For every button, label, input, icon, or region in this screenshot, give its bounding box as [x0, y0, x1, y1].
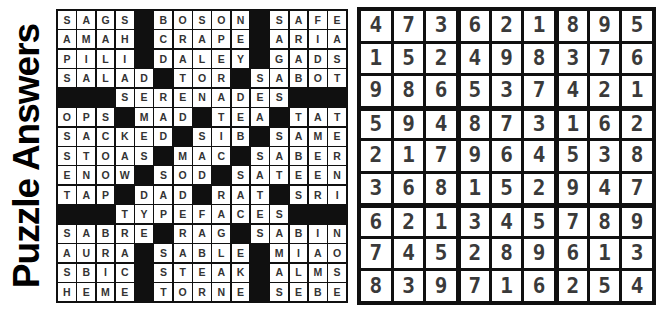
sudoku-digit-cell: 3: [622, 239, 652, 269]
crossword-letter-cell: S: [58, 11, 76, 29]
crossword-letter-cell: O: [328, 244, 346, 262]
crossword-letter-cell: E: [174, 89, 192, 107]
crossword-letter-cell: B: [232, 128, 250, 146]
sudoku-digit-cell: 3: [394, 271, 424, 301]
sudoku-digit-cell: 8: [361, 271, 391, 301]
crossword-letter-cell: D: [193, 166, 211, 184]
crossword-letter-cell: S: [58, 147, 76, 165]
sudoku-digit-cell: 1: [361, 44, 391, 74]
crossword-block-cell: [135, 166, 153, 184]
crossword-letter-cell: A: [212, 205, 230, 223]
sudoku-digit-cell: 3: [361, 174, 391, 204]
crossword-letter-cell: A: [270, 147, 288, 165]
crossword-letter-cell: A: [270, 30, 288, 48]
crossword-letter-cell: C: [212, 147, 230, 165]
crossword-block-cell: [232, 225, 250, 243]
crossword-letter-cell: R: [212, 69, 230, 87]
crossword-letter-cell: A: [232, 186, 250, 204]
sudoku-digit-cell: 6: [622, 44, 652, 74]
sudoku-digit-cell: 7: [622, 174, 652, 204]
crossword-letter-cell: S: [270, 89, 288, 107]
sudoku-digit-cell: 4: [492, 208, 522, 236]
crossword-letter-cell: N: [328, 166, 346, 184]
crossword-letter-cell: T: [154, 283, 172, 301]
crossword-letter-cell: S: [328, 50, 346, 68]
sudoku-digit-cell: 6: [361, 208, 391, 236]
crossword-block-cell: [251, 264, 269, 282]
crossword-block-cell: [251, 11, 269, 29]
crossword-letter-cell: A: [290, 11, 308, 29]
crossword-block-cell: [58, 205, 76, 223]
crossword-letter-cell: T: [174, 69, 192, 87]
crossword-letter-cell: S: [193, 128, 211, 146]
sudoku-digit-cell: 2: [394, 208, 424, 236]
crossword-block-cell: [154, 69, 172, 87]
crossword-block-cell: [135, 244, 153, 262]
sudoku-digit-cell: 2: [559, 271, 587, 301]
crossword-letter-cell: S: [58, 264, 76, 282]
crossword-letter-cell: S: [251, 147, 269, 165]
sudoku-digit-cell: 1: [524, 11, 554, 41]
crossword-letter-cell: S: [270, 11, 288, 29]
sudoku-digit-cell: 4: [426, 111, 456, 139]
crossword-letter-cell: A: [77, 11, 95, 29]
sudoku-digit-cell: 5: [426, 239, 456, 269]
crossword-letter-cell: B: [193, 244, 211, 262]
crossword-letter-cell: T: [328, 69, 346, 87]
crossword-letter-cell: T: [77, 147, 95, 165]
crossword-block-cell: [135, 283, 153, 301]
crossword-block-cell: [232, 69, 250, 87]
crossword-letter-cell: I: [97, 264, 115, 282]
crossword-letter-cell: C: [116, 264, 134, 282]
sudoku-digit-cell: 1: [394, 141, 424, 171]
crossword-letter-cell: W: [116, 166, 134, 184]
crossword-letter-cell: S: [58, 69, 76, 87]
crossword-letter-cell: N: [212, 283, 230, 301]
crossword-letter-cell: B: [290, 147, 308, 165]
crossword-letter-cell: E: [135, 128, 153, 146]
crossword-letter-cell: D: [135, 186, 153, 204]
crossword-block-cell: [212, 166, 230, 184]
sudoku-digit-cell: 6: [461, 11, 489, 41]
crossword-letter-cell: E: [232, 244, 250, 262]
sudoku-digit-cell: 4: [590, 174, 620, 204]
crossword-letter-cell: E: [212, 50, 230, 68]
sudoku-digit-cell: 8: [622, 141, 652, 171]
crossword-letter-cell: B: [97, 225, 115, 243]
crossword-letter-cell: D: [309, 50, 327, 68]
crossword-letter-cell: Y: [135, 205, 153, 223]
crossword-letter-cell: E: [58, 166, 76, 184]
crossword-block-cell: [290, 89, 308, 107]
crossword-letter-cell: R: [174, 225, 192, 243]
crossword-letter-cell: E: [328, 11, 346, 29]
crossword-block-cell: [174, 128, 192, 146]
crossword-block-cell: [270, 108, 288, 126]
crossword-letter-cell: R: [290, 30, 308, 48]
page-title: Puzzle Answers: [6, 24, 48, 288]
crossword-letter-cell: O: [212, 11, 230, 29]
crossword-letter-cell: S: [290, 186, 308, 204]
sudoku-digit-cell: 8: [590, 208, 620, 236]
sudoku-digit-cell: 5: [461, 76, 489, 106]
sudoku-digit-cell: 6: [524, 271, 554, 301]
crossword-letter-cell: C: [97, 128, 115, 146]
crossword-letter-cell: A: [328, 30, 346, 48]
crossword-letter-cell: T: [174, 264, 192, 282]
sudoku-digit-cell: 9: [492, 44, 522, 74]
crossword-letter-cell: G: [270, 50, 288, 68]
sudoku-digit-cell: 5: [492, 174, 522, 204]
crossword-letter-cell: R: [154, 89, 172, 107]
crossword-block-cell: [193, 108, 211, 126]
crossword-letter-cell: A: [251, 108, 269, 126]
crossword-letter-cell: A: [193, 225, 211, 243]
crossword-block-cell: [270, 186, 288, 204]
crossword-block-cell: [77, 205, 95, 223]
crossword-letter-cell: M: [309, 264, 327, 282]
crossword-letter-cell: I: [290, 244, 308, 262]
crossword-letter-cell: B: [154, 11, 172, 29]
crossword-letter-cell: O: [174, 11, 192, 29]
crossword-letter-cell: R: [193, 283, 211, 301]
crossword-letter-cell: D: [174, 108, 192, 126]
crossword-letter-cell: A: [290, 50, 308, 68]
crossword-letter-cell: P: [154, 205, 172, 223]
crossword-letter-cell: M: [135, 108, 153, 126]
crossword-letter-cell: E: [309, 147, 327, 165]
crossword-letter-cell: A: [116, 244, 134, 262]
sudoku-digit-cell: 8: [394, 76, 424, 106]
sudoku-digit-cell: 1: [492, 271, 522, 301]
sudoku-digit-cell: 4: [622, 271, 652, 301]
crossword-block-cell: [154, 147, 172, 165]
sudoku-digit-cell: 7: [461, 271, 489, 301]
crossword-letter-cell: E: [251, 89, 269, 107]
sudoku-digit-cell: 1: [622, 76, 652, 106]
sudoku-digit-cell: 7: [394, 11, 424, 41]
crossword-letter-cell: T: [290, 108, 308, 126]
crossword-letter-cell: T: [116, 205, 134, 223]
crossword-letter-cell: M: [174, 147, 192, 165]
sudoku-digit-cell: 2: [492, 11, 522, 41]
crossword-letter-cell: H: [116, 30, 134, 48]
crossword-block-cell: [97, 205, 115, 223]
sudoku-digit-cell: 9: [361, 76, 391, 106]
crossword-letter-cell: D: [154, 128, 172, 146]
crossword-letter-cell: S: [193, 11, 211, 29]
crossword-block-cell: [251, 50, 269, 68]
sudoku-digit-cell: 2: [622, 111, 652, 139]
crossword-letter-cell: D: [135, 69, 153, 87]
crossword-block-cell: [77, 89, 95, 107]
crossword-letter-cell: E: [309, 166, 327, 184]
sudoku-digit-cell: 8: [461, 111, 489, 139]
crossword-letter-cell: M: [270, 244, 288, 262]
crossword-block-cell: [309, 89, 327, 107]
crossword-letter-cell: S: [135, 147, 153, 165]
crossword-letter-cell: P: [212, 30, 230, 48]
crossword-letter-cell: I: [116, 50, 134, 68]
crossword-block-cell: [251, 128, 269, 146]
sudoku-digit-cell: 8: [559, 11, 587, 41]
crossword-block-cell: [251, 30, 269, 48]
crossword-letter-cell: A: [309, 244, 327, 262]
crossword-letter-cell: E: [290, 166, 308, 184]
crossword-letter-cell: R: [97, 244, 115, 262]
crossword-letter-cell: C: [232, 205, 250, 223]
crossword-letter-cell: R: [328, 147, 346, 165]
sudoku-digit-cell: 6: [426, 76, 456, 106]
crossword-letter-cell: Y: [232, 50, 250, 68]
crossword-letter-cell: E: [193, 264, 211, 282]
sudoku-digit-cell: 2: [361, 141, 391, 171]
crossword-letter-cell: E: [290, 283, 308, 301]
crossword-letter-cell: T: [212, 108, 230, 126]
crossword-block-cell: [58, 89, 76, 107]
crossword-letter-cell: A: [270, 264, 288, 282]
crossword-letter-cell: D: [154, 50, 172, 68]
crossword-block-cell: [251, 283, 269, 301]
crossword-letter-cell: A: [212, 89, 230, 107]
crossword-letter-cell: P: [77, 108, 95, 126]
crossword-letter-cell: A: [77, 69, 95, 87]
crossword-letter-cell: T: [328, 108, 346, 126]
crossword-block-cell: [135, 30, 153, 48]
crossword-letter-cell: S: [154, 244, 172, 262]
sudoku-digit-cell: 9: [590, 11, 620, 41]
crossword-letter-cell: E: [116, 283, 134, 301]
crossword-letter-cell: M: [97, 283, 115, 301]
crossword-letter-cell: R: [116, 225, 134, 243]
crossword-letter-cell: O: [97, 147, 115, 165]
crossword-letter-cell: I: [328, 186, 346, 204]
crossword-letter-cell: A: [77, 128, 95, 146]
crossword-letter-cell: G: [97, 11, 115, 29]
crossword-letter-cell: R: [212, 186, 230, 204]
crossword-letter-cell: E: [328, 128, 346, 146]
sudoku-digit-cell: 6: [394, 174, 424, 204]
crossword-letter-cell: F: [193, 205, 211, 223]
crossword-block-cell: [290, 205, 308, 223]
crossword-letter-cell: P: [97, 186, 115, 204]
crossword-letter-cell: I: [212, 128, 230, 146]
sudoku-digit-cell: 4: [461, 44, 489, 74]
sudoku-digit-cell: 7: [524, 76, 554, 106]
crossword-letter-cell: B: [309, 283, 327, 301]
sudoku-digit-cell: 4: [559, 76, 587, 106]
crossword-letter-cell: A: [212, 264, 230, 282]
crossword-letter-cell: M: [77, 30, 95, 48]
crossword-letter-cell: A: [270, 69, 288, 87]
crossword-letter-cell: L: [290, 264, 308, 282]
crossword-letter-cell: D: [174, 186, 192, 204]
crossword-letter-cell: N: [77, 166, 95, 184]
title-column: Puzzle Answers: [0, 0, 54, 312]
sudoku-digit-cell: 5: [361, 111, 391, 139]
crossword-letter-cell: A: [290, 128, 308, 146]
crossword-letter-cell: L: [212, 244, 230, 262]
crossword-letter-cell: S: [270, 128, 288, 146]
crossword-block-cell: [116, 186, 134, 204]
crossword-letter-cell: A: [270, 225, 288, 243]
crossword-letter-cell: A: [97, 30, 115, 48]
crossword-letter-cell: I: [77, 50, 95, 68]
crossword-letter-cell: S: [154, 264, 172, 282]
sudoku-digit-cell: 2: [524, 174, 554, 204]
crossword-letter-cell: O: [174, 283, 192, 301]
crossword-letter-cell: N: [328, 225, 346, 243]
crossword-letter-cell: K: [232, 264, 250, 282]
crossword-letter-cell: A: [77, 225, 95, 243]
crossword-letter-cell: R: [309, 186, 327, 204]
sudoku-digit-cell: 2: [426, 44, 456, 74]
sudoku-digit-cell: 3: [590, 141, 620, 171]
crossword-letter-cell: M: [309, 128, 327, 146]
crossword-letter-cell: L: [97, 50, 115, 68]
crossword-letter-cell: L: [97, 69, 115, 87]
crossword-letter-cell: P: [58, 50, 76, 68]
crossword-letter-cell: E: [232, 283, 250, 301]
crossword-block-cell: [97, 89, 115, 107]
sudoku-digit-cell: 5: [559, 141, 587, 171]
crossword-letter-cell: B: [290, 225, 308, 243]
crossword-letter-cell: E: [232, 30, 250, 48]
crossword-letter-cell: A: [193, 30, 211, 48]
puzzle-answers-page: Puzzle Answers SAGSBOSONSAFEAMAHCRAPEARI…: [0, 0, 662, 312]
sudoku-digit-cell: 3: [524, 111, 554, 139]
crossword-block-cell: [251, 244, 269, 262]
crossword-letter-cell: O: [309, 69, 327, 87]
crossword-letter-cell: N: [193, 89, 211, 107]
crossword-letter-cell: O: [174, 166, 192, 184]
crossword-letter-cell: S: [328, 264, 346, 282]
sudoku-digit-cell: 8: [524, 44, 554, 74]
sudoku-digit-cell: 7: [492, 111, 522, 139]
sudoku-digit-cell: 1: [559, 111, 587, 139]
crossword-letter-cell: S: [251, 69, 269, 87]
sudoku-digit-cell: 7: [426, 141, 456, 171]
crossword-letter-cell: I: [309, 225, 327, 243]
crossword-letter-cell: G: [212, 225, 230, 243]
crossword-letter-cell: A: [154, 108, 172, 126]
crossword-letter-cell: A: [116, 147, 134, 165]
crossword-letter-cell: A: [77, 186, 95, 204]
crossword-letter-cell: S: [58, 225, 76, 243]
crossword-letter-cell: N: [232, 11, 250, 29]
crossword-letter-cell: C: [154, 30, 172, 48]
crossword-letter-cell: T: [251, 186, 269, 204]
crossword-letter-cell: L: [193, 50, 211, 68]
crossword-block-cell: [328, 89, 346, 107]
crossword-block-cell: [135, 264, 153, 282]
crossword-letter-cell: A: [309, 108, 327, 126]
crossword-letter-cell: A: [193, 147, 211, 165]
sudoku-digit-cell: 1: [461, 174, 489, 204]
crossword-letter-cell: S: [270, 283, 288, 301]
crossword-block-cell: [328, 205, 346, 223]
crossword-letter-cell: E: [135, 89, 153, 107]
sudoku-digit-cell: 7: [559, 208, 587, 236]
sudoku-grid: 4736218951524983769865374215948731622179…: [357, 7, 656, 305]
crossword-grid: SAGSBOSONSAFEAMAHCRAPEARIAPILIDALEYGADSS…: [56, 9, 348, 303]
crossword-letter-cell: E: [251, 205, 269, 223]
sudoku-digit-cell: 7: [361, 239, 391, 269]
sudoku-digit-cell: 4: [361, 11, 391, 41]
crossword-letter-cell: S: [232, 166, 250, 184]
sudoku-digit-cell: 9: [559, 174, 587, 204]
sudoku-digit-cell: 6: [492, 141, 522, 171]
sudoku-digit-cell: 9: [426, 271, 456, 301]
sudoku-digit-cell: 6: [590, 111, 620, 139]
sudoku-digit-cell: 3: [426, 11, 456, 41]
sudoku-digit-cell: 9: [622, 208, 652, 236]
crossword-letter-cell: H: [58, 283, 76, 301]
crossword-letter-cell: S: [116, 89, 134, 107]
crossword-letter-cell: R: [174, 30, 192, 48]
crossword-letter-cell: E: [77, 283, 95, 301]
crossword-letter-cell: A: [58, 244, 76, 262]
crossword-block-cell: [309, 205, 327, 223]
crossword-letter-cell: D: [232, 89, 250, 107]
sudoku-digit-cell: 2: [590, 76, 620, 106]
crossword-letter-cell: T: [270, 166, 288, 184]
sudoku-digit-cell: 8: [492, 239, 522, 269]
crossword-letter-cell: S: [154, 166, 172, 184]
sudoku-digit-cell: 9: [524, 239, 554, 269]
crossword-letter-cell: S: [116, 11, 134, 29]
sudoku-digit-cell: 5: [524, 208, 554, 236]
sudoku-digit-cell: 3: [492, 76, 522, 106]
crossword-letter-cell: U: [77, 244, 95, 262]
sudoku-digit-cell: 5: [590, 271, 620, 301]
crossword-letter-cell: E: [135, 225, 153, 243]
crossword-block-cell: [154, 225, 172, 243]
crossword-letter-cell: O: [97, 166, 115, 184]
crossword-letter-cell: S: [251, 225, 269, 243]
sudoku-digit-cell: 5: [622, 11, 652, 41]
sudoku-digit-cell: 1: [426, 208, 456, 236]
crossword-block-cell: [116, 108, 134, 126]
crossword-letter-cell: E: [232, 108, 250, 126]
sudoku-digit-cell: 8: [426, 174, 456, 204]
sudoku-digit-cell: 9: [394, 111, 424, 139]
crossword-letter-cell: A: [174, 50, 192, 68]
sudoku-digit-cell: 6: [559, 239, 587, 269]
crossword-letter-cell: B: [77, 264, 95, 282]
crossword-letter-cell: A: [174, 244, 192, 262]
sudoku-digit-cell: 3: [559, 44, 587, 74]
sudoku-digit-cell: 4: [394, 239, 424, 269]
sudoku-digit-cell: 2: [461, 239, 489, 269]
crossword-letter-cell: S: [270, 205, 288, 223]
sudoku-digit-cell: 4: [524, 141, 554, 171]
sudoku-digit-cell: 1: [590, 239, 620, 269]
sudoku-digit-cell: 3: [461, 208, 489, 236]
crossword-block-cell: [193, 186, 211, 204]
crossword-letter-cell: O: [58, 108, 76, 126]
crossword-letter-cell: A: [251, 166, 269, 184]
sudoku-digit-cell: 5: [394, 44, 424, 74]
sudoku-digit-cell: 7: [590, 44, 620, 74]
crossword-letter-cell: F: [309, 11, 327, 29]
crossword-letter-cell: A: [116, 69, 134, 87]
crossword-letter-cell: I: [309, 30, 327, 48]
crossword-letter-cell: O: [193, 69, 211, 87]
crossword-block-cell: [135, 50, 153, 68]
crossword-letter-cell: B: [290, 69, 308, 87]
